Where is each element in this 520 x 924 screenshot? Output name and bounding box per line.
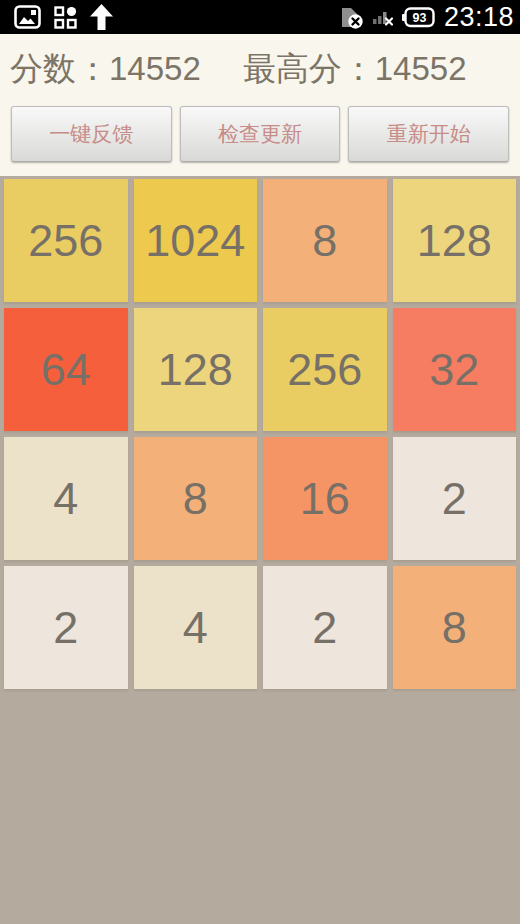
best-score-label: 最高分： [243,50,375,87]
game-board[interactable]: 256102481286412825632481622428 [0,176,520,924]
header: 分数：14552 最高分：14552 一键反馈 检查更新 重新开始 [0,34,520,176]
tile-4: 4 [134,566,258,689]
tile-256: 256 [4,179,128,302]
photo-icon [14,5,41,29]
tile-16: 16 [263,437,387,560]
score-row: 分数：14552 最高分：14552 [0,34,520,92]
sim-missing-icon [339,5,365,30]
tile-128: 128 [393,179,517,302]
restart-button[interactable]: 重新开始 [348,106,509,162]
battery-icon: 93 [401,6,435,28]
button-row: 一键反馈 检查更新 重新开始 [0,106,520,162]
tile-256: 256 [263,308,387,431]
tile-64: 64 [4,308,128,431]
tile-2: 2 [263,566,387,689]
tile-128: 128 [134,308,258,431]
battery-percent-text: 93 [412,11,426,25]
upload-arrow-icon [90,4,113,30]
tile-4: 4 [4,437,128,560]
score-value: 14552 [109,50,201,87]
apps-grid-icon [54,6,77,29]
tile-8: 8 [393,566,517,689]
best-score: 最高分：14552 [243,47,467,92]
clock-text: 23:18 [442,2,514,33]
tile-2: 2 [4,566,128,689]
notification-icons [6,4,113,30]
feedback-button[interactable]: 一键反馈 [11,106,172,162]
tile-2: 2 [393,437,517,560]
current-score: 分数：14552 [10,47,201,92]
best-score-value: 14552 [375,50,467,87]
tile-8: 8 [134,437,258,560]
tile-1024: 1024 [134,179,258,302]
board-grid: 256102481286412825632481622428 [0,176,520,689]
signal-off-icon [372,6,394,28]
check-update-button[interactable]: 检查更新 [180,106,341,162]
score-label: 分数： [10,50,109,87]
tile-32: 32 [393,308,517,431]
status-bar: 93 23:18 [0,0,520,34]
tile-8: 8 [263,179,387,302]
